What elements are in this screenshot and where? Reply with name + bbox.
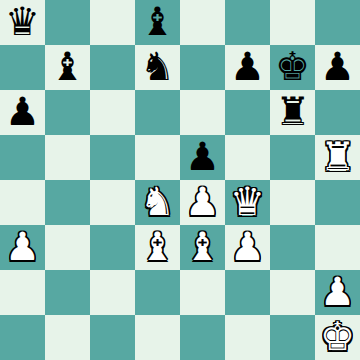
square-d8[interactable]: ♝ (135, 0, 180, 45)
square-g3[interactable] (270, 225, 315, 270)
square-f7[interactable]: ♟ (225, 45, 270, 90)
square-e6[interactable] (180, 90, 225, 135)
square-e4[interactable]: ♟ (180, 180, 225, 225)
square-h7[interactable]: ♟ (315, 45, 360, 90)
square-d6[interactable] (135, 90, 180, 135)
square-a2[interactable] (0, 270, 45, 315)
square-f3[interactable]: ♟ (225, 225, 270, 270)
black-queen[interactable]: ♛ (5, 0, 40, 44)
black-pawn[interactable]: ♟ (230, 44, 265, 89)
square-f8[interactable] (225, 0, 270, 45)
square-a5[interactable] (0, 135, 45, 180)
square-b2[interactable] (45, 270, 90, 315)
square-e2[interactable] (180, 270, 225, 315)
square-g6[interactable]: ♜ (270, 90, 315, 135)
black-king[interactable]: ♚ (275, 44, 310, 89)
square-h3[interactable] (315, 225, 360, 270)
square-c8[interactable] (90, 0, 135, 45)
square-d2[interactable] (135, 270, 180, 315)
square-a8[interactable]: ♛ (0, 0, 45, 45)
square-g1[interactable] (270, 315, 315, 360)
white-pawn[interactable]: ♟ (230, 224, 265, 269)
square-c7[interactable] (90, 45, 135, 90)
square-d5[interactable] (135, 135, 180, 180)
square-g7[interactable]: ♚ (270, 45, 315, 90)
square-f4[interactable]: ♛ (225, 180, 270, 225)
square-d1[interactable] (135, 315, 180, 360)
square-a7[interactable] (0, 45, 45, 90)
black-knight[interactable]: ♞ (140, 44, 175, 89)
square-g2[interactable] (270, 270, 315, 315)
square-d3[interactable]: ♝ (135, 225, 180, 270)
black-pawn[interactable]: ♟ (5, 89, 40, 134)
white-bishop[interactable]: ♝ (140, 224, 175, 269)
square-f1[interactable] (225, 315, 270, 360)
square-e3[interactable]: ♝ (180, 225, 225, 270)
square-e8[interactable] (180, 0, 225, 45)
square-a6[interactable]: ♟ (0, 90, 45, 135)
white-rook[interactable]: ♜ (320, 134, 355, 179)
white-pawn[interactable]: ♟ (5, 224, 40, 269)
square-g8[interactable] (270, 0, 315, 45)
square-g4[interactable] (270, 180, 315, 225)
square-f5[interactable] (225, 135, 270, 180)
square-e1[interactable] (180, 315, 225, 360)
white-pawn[interactable]: ♟ (320, 269, 355, 314)
square-h6[interactable] (315, 90, 360, 135)
chess-board: ♛♝♝♞♟♚♟♟♜♟♜♞♟♛♟♝♝♟♟♚ (0, 0, 360, 360)
white-pawn[interactable]: ♟ (185, 179, 220, 224)
white-knight[interactable]: ♞ (140, 179, 175, 224)
white-queen[interactable]: ♛ (230, 179, 265, 224)
square-f2[interactable] (225, 270, 270, 315)
square-d4[interactable]: ♞ (135, 180, 180, 225)
square-a1[interactable] (0, 315, 45, 360)
square-a3[interactable]: ♟ (0, 225, 45, 270)
square-h2[interactable]: ♟ (315, 270, 360, 315)
black-pawn[interactable]: ♟ (320, 44, 355, 89)
square-c6[interactable] (90, 90, 135, 135)
square-h4[interactable] (315, 180, 360, 225)
square-c4[interactable] (90, 180, 135, 225)
square-e5[interactable]: ♟ (180, 135, 225, 180)
square-c1[interactable] (90, 315, 135, 360)
black-bishop[interactable]: ♝ (140, 0, 175, 44)
square-h8[interactable] (315, 0, 360, 45)
square-b1[interactable] (45, 315, 90, 360)
square-d7[interactable]: ♞ (135, 45, 180, 90)
square-c5[interactable] (90, 135, 135, 180)
black-bishop[interactable]: ♝ (50, 44, 85, 89)
square-a4[interactable] (0, 180, 45, 225)
white-bishop[interactable]: ♝ (185, 224, 220, 269)
square-h1[interactable]: ♚ (315, 315, 360, 360)
square-c2[interactable] (90, 270, 135, 315)
square-f6[interactable] (225, 90, 270, 135)
black-pawn[interactable]: ♟ (185, 134, 220, 179)
black-rook[interactable]: ♜ (275, 89, 310, 134)
square-b8[interactable] (45, 0, 90, 45)
square-b5[interactable] (45, 135, 90, 180)
square-g5[interactable] (270, 135, 315, 180)
square-b3[interactable] (45, 225, 90, 270)
square-e7[interactable] (180, 45, 225, 90)
square-b6[interactable] (45, 90, 90, 135)
white-king[interactable]: ♚ (320, 314, 355, 359)
square-b4[interactable] (45, 180, 90, 225)
square-c3[interactable] (90, 225, 135, 270)
square-h5[interactable]: ♜ (315, 135, 360, 180)
square-b7[interactable]: ♝ (45, 45, 90, 90)
